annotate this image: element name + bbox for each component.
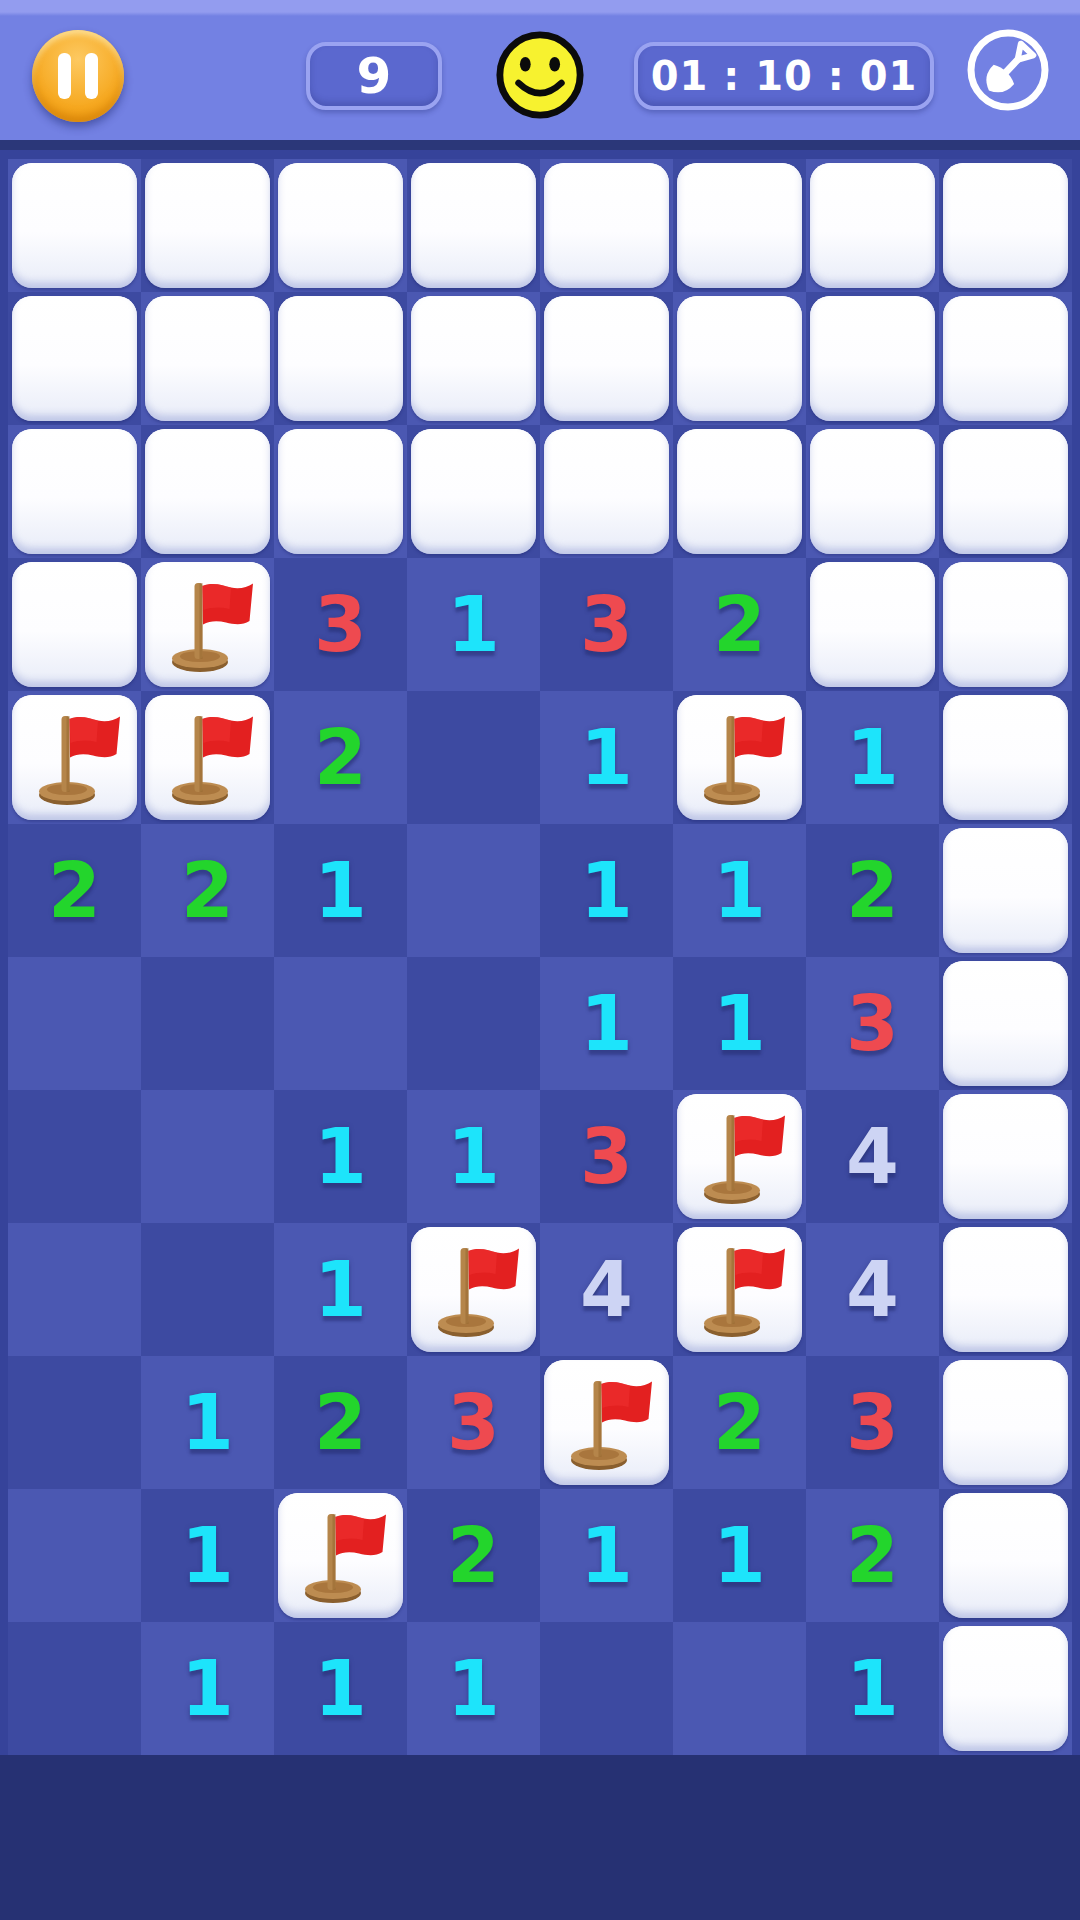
mine-count-number: 2 xyxy=(48,853,101,929)
cell-r2c3[interactable] xyxy=(407,425,540,558)
cell-r10c1[interactable]: 1 xyxy=(141,1489,274,1622)
cell-r3c7[interactable] xyxy=(939,558,1072,691)
covered-tile xyxy=(943,1227,1068,1352)
shovel-icon xyxy=(964,26,1052,114)
mine-count-number: 2 xyxy=(181,853,234,929)
mine-count-number: 1 xyxy=(314,1252,367,1328)
cell-r5c6[interactable]: 2 xyxy=(806,824,939,957)
covered-tile xyxy=(145,163,270,288)
mine-count-number: 2 xyxy=(713,587,766,663)
mine-count-number: 4 xyxy=(846,1252,899,1328)
cell-r11c6[interactable]: 1 xyxy=(806,1622,939,1755)
covered-tile xyxy=(145,296,270,421)
cell-r9c1[interactable]: 1 xyxy=(141,1356,274,1489)
cell-r11c7[interactable] xyxy=(939,1622,1072,1755)
cell-r9c6[interactable]: 3 xyxy=(806,1356,939,1489)
covered-tile xyxy=(943,961,1068,1086)
mine-count-number: 4 xyxy=(846,1119,899,1195)
cell-r8c0[interactable] xyxy=(8,1223,141,1356)
pause-icon xyxy=(58,53,98,99)
mine-count-number: 2 xyxy=(713,1385,766,1461)
cell-r7c0[interactable] xyxy=(8,1090,141,1223)
mine-count-number: 1 xyxy=(447,1651,500,1727)
flag-icon xyxy=(692,706,788,810)
cell-r5c2[interactable]: 1 xyxy=(274,824,407,957)
minesweeper-app: 9 01 : 10 : 01 xyxy=(0,0,1080,1920)
cell-r10c5[interactable]: 1 xyxy=(673,1489,806,1622)
cell-r1c3[interactable] xyxy=(407,292,540,425)
covered-tile xyxy=(810,562,935,687)
cell-r1c5[interactable] xyxy=(673,292,806,425)
cell-r11c2[interactable]: 1 xyxy=(274,1622,407,1755)
covered-tile xyxy=(943,695,1068,820)
cell-r6c2[interactable] xyxy=(274,957,407,1090)
mine-count-number: 4 xyxy=(580,1252,633,1328)
covered-tile xyxy=(677,296,802,421)
flag-icon xyxy=(559,1371,655,1475)
flagged-tile xyxy=(677,695,802,820)
mine-count-number: 1 xyxy=(181,1385,234,1461)
cell-r0c7[interactable] xyxy=(939,159,1072,292)
cell-r0c3[interactable] xyxy=(407,159,540,292)
covered-tile xyxy=(943,296,1068,421)
flagged-tile xyxy=(145,562,270,687)
cell-r2c0[interactable] xyxy=(8,425,141,558)
cell-r4c0[interactable] xyxy=(8,691,141,824)
cell-r6c0[interactable] xyxy=(8,957,141,1090)
mine-count-number: 1 xyxy=(314,853,367,929)
covered-tile xyxy=(12,163,137,288)
cell-r5c0[interactable]: 2 xyxy=(8,824,141,957)
cell-r7c3[interactable]: 1 xyxy=(407,1090,540,1223)
cell-r7c5[interactable] xyxy=(673,1090,806,1223)
cell-r10c3[interactable]: 2 xyxy=(407,1489,540,1622)
cell-r1c6[interactable] xyxy=(806,292,939,425)
cell-r6c6[interactable]: 3 xyxy=(806,957,939,1090)
cell-r4c4[interactable]: 1 xyxy=(540,691,673,824)
covered-tile xyxy=(943,1360,1068,1485)
cell-r7c1[interactable] xyxy=(141,1090,274,1223)
covered-tile xyxy=(278,429,403,554)
cell-r9c2[interactable]: 2 xyxy=(274,1356,407,1489)
cell-r3c4[interactable]: 3 xyxy=(540,558,673,691)
cell-r5c5[interactable]: 1 xyxy=(673,824,806,957)
cell-r11c0[interactable] xyxy=(8,1622,141,1755)
cell-r6c7[interactable] xyxy=(939,957,1072,1090)
cell-r5c7[interactable] xyxy=(939,824,1072,957)
covered-tile xyxy=(677,429,802,554)
mine-count-number: 1 xyxy=(314,1651,367,1727)
covered-tile xyxy=(943,828,1068,953)
mine-count-number: 1 xyxy=(447,587,500,663)
covered-tile xyxy=(544,163,669,288)
cell-r5c3[interactable] xyxy=(407,824,540,957)
cell-r7c2[interactable]: 1 xyxy=(274,1090,407,1223)
cell-r8c5[interactable] xyxy=(673,1223,806,1356)
cell-r1c1[interactable] xyxy=(141,292,274,425)
mines-counter-value: 9 xyxy=(357,47,392,105)
mine-count-number: 1 xyxy=(713,853,766,929)
cell-r6c3[interactable] xyxy=(407,957,540,1090)
covered-tile xyxy=(12,296,137,421)
cell-r7c4[interactable]: 3 xyxy=(540,1090,673,1223)
mine-count-number: 3 xyxy=(580,587,633,663)
covered-tile xyxy=(810,429,935,554)
cell-r6c4[interactable]: 1 xyxy=(540,957,673,1090)
cell-r10c7[interactable] xyxy=(939,1489,1072,1622)
cell-r3c2[interactable]: 3 xyxy=(274,558,407,691)
mine-count-number: 1 xyxy=(181,1518,234,1594)
cell-r7c6[interactable]: 4 xyxy=(806,1090,939,1223)
cell-r9c3[interactable]: 3 xyxy=(407,1356,540,1489)
cell-r2c1[interactable] xyxy=(141,425,274,558)
cell-r8c6[interactable]: 4 xyxy=(806,1223,939,1356)
cell-r0c2[interactable] xyxy=(274,159,407,292)
cell-r4c2[interactable]: 2 xyxy=(274,691,407,824)
covered-tile xyxy=(943,1094,1068,1219)
cell-r2c6[interactable] xyxy=(806,425,939,558)
cell-r3c3[interactable]: 1 xyxy=(407,558,540,691)
shovel-mode-button[interactable] xyxy=(964,26,1052,114)
covered-tile xyxy=(278,163,403,288)
cell-r1c2[interactable] xyxy=(274,292,407,425)
cell-r1c7[interactable] xyxy=(939,292,1072,425)
cell-r4c5[interactable] xyxy=(673,691,806,824)
flagged-tile xyxy=(12,695,137,820)
mine-count-number: 2 xyxy=(846,853,899,929)
cell-r11c1[interactable]: 1 xyxy=(141,1622,274,1755)
cell-r3c6[interactable] xyxy=(806,558,939,691)
smiley-face-button[interactable] xyxy=(493,28,587,122)
flagged-tile xyxy=(278,1493,403,1618)
flag-icon xyxy=(293,1504,389,1608)
mines-counter-badge: 9 xyxy=(306,42,442,110)
covered-tile xyxy=(145,429,270,554)
covered-tile xyxy=(411,296,536,421)
cell-r10c6[interactable]: 2 xyxy=(806,1489,939,1622)
flag-icon xyxy=(692,1105,788,1209)
cell-r11c4[interactable] xyxy=(540,1622,673,1755)
cell-r2c2[interactable] xyxy=(274,425,407,558)
timer-badge: 01 : 10 : 01 xyxy=(634,42,934,110)
cell-r5c1[interactable]: 2 xyxy=(141,824,274,957)
cell-r9c7[interactable] xyxy=(939,1356,1072,1489)
covered-tile xyxy=(943,429,1068,554)
cell-r8c4[interactable]: 4 xyxy=(540,1223,673,1356)
mine-count-number: 1 xyxy=(846,720,899,796)
mine-count-number: 2 xyxy=(314,720,367,796)
flagged-tile xyxy=(411,1227,536,1352)
covered-tile xyxy=(12,429,137,554)
cell-r9c0[interactable] xyxy=(8,1356,141,1489)
cell-r4c3[interactable] xyxy=(407,691,540,824)
covered-tile xyxy=(12,562,137,687)
cell-r9c4[interactable] xyxy=(540,1356,673,1489)
cell-r8c7[interactable] xyxy=(939,1223,1072,1356)
mine-count-number: 1 xyxy=(314,1119,367,1195)
covered-tile xyxy=(943,1493,1068,1618)
cell-r11c3[interactable]: 1 xyxy=(407,1622,540,1755)
covered-tile xyxy=(278,296,403,421)
pause-button[interactable] xyxy=(32,30,124,122)
flagged-tile xyxy=(145,695,270,820)
mine-count-number: 1 xyxy=(447,1119,500,1195)
cell-r0c1[interactable] xyxy=(141,159,274,292)
cell-r4c7[interactable] xyxy=(939,691,1072,824)
cell-r0c0[interactable] xyxy=(8,159,141,292)
mine-count-number: 1 xyxy=(580,720,633,796)
mine-count-number: 3 xyxy=(846,1385,899,1461)
mine-count-number: 1 xyxy=(713,1518,766,1594)
cell-r4c1[interactable] xyxy=(141,691,274,824)
cell-r4c6[interactable]: 1 xyxy=(806,691,939,824)
cell-r0c6[interactable] xyxy=(806,159,939,292)
mine-count-number: 3 xyxy=(846,986,899,1062)
mine-count-number: 1 xyxy=(713,986,766,1062)
cell-r2c5[interactable] xyxy=(673,425,806,558)
covered-tile xyxy=(810,296,935,421)
happy-face-icon xyxy=(493,28,587,122)
covered-tile xyxy=(544,296,669,421)
timer-value: 01 : 10 : 01 xyxy=(651,53,918,99)
covered-tile xyxy=(810,163,935,288)
mine-count-number: 1 xyxy=(181,1651,234,1727)
flag-icon xyxy=(160,573,256,677)
flag-icon xyxy=(160,706,256,810)
flag-icon xyxy=(426,1238,522,1342)
top-bar: 9 01 : 10 : 01 xyxy=(0,0,1080,150)
mine-count-number: 1 xyxy=(580,853,633,929)
cell-r8c3[interactable] xyxy=(407,1223,540,1356)
cell-r2c4[interactable] xyxy=(540,425,673,558)
mine-count-number: 3 xyxy=(314,587,367,663)
cell-r1c4[interactable] xyxy=(540,292,673,425)
cell-r6c5[interactable]: 1 xyxy=(673,957,806,1090)
mine-count-number: 3 xyxy=(580,1119,633,1195)
cell-r0c4[interactable] xyxy=(540,159,673,292)
flagged-tile xyxy=(677,1094,802,1219)
covered-tile xyxy=(544,429,669,554)
flag-icon xyxy=(27,706,123,810)
flag-icon xyxy=(692,1238,788,1342)
cell-r10c0[interactable] xyxy=(8,1489,141,1622)
cell-r3c0[interactable] xyxy=(8,558,141,691)
cell-r10c4[interactable]: 1 xyxy=(540,1489,673,1622)
cell-r5c4[interactable]: 1 xyxy=(540,824,673,957)
flagged-tile xyxy=(677,1227,802,1352)
cell-r2c7[interactable] xyxy=(939,425,1072,558)
covered-tile xyxy=(943,562,1068,687)
mine-count-number: 3 xyxy=(447,1385,500,1461)
mine-count-number: 2 xyxy=(846,1518,899,1594)
covered-tile xyxy=(677,163,802,288)
mine-count-number: 2 xyxy=(447,1518,500,1594)
cell-r1c0[interactable] xyxy=(8,292,141,425)
covered-tile xyxy=(411,163,536,288)
covered-tile xyxy=(943,1626,1068,1751)
cell-r8c2[interactable]: 1 xyxy=(274,1223,407,1356)
cell-r8c1[interactable] xyxy=(141,1223,274,1356)
cell-r9c5[interactable]: 2 xyxy=(673,1356,806,1489)
cell-r0c5[interactable] xyxy=(673,159,806,292)
cell-r10c2[interactable] xyxy=(274,1489,407,1622)
mine-count-number: 1 xyxy=(580,986,633,1062)
cell-r6c1[interactable] xyxy=(141,957,274,1090)
board: 3132 21 1221112113113 41 xyxy=(0,150,1080,1755)
mine-count-number: 2 xyxy=(314,1385,367,1461)
cell-r11c5[interactable] xyxy=(673,1622,806,1755)
cell-r3c1[interactable] xyxy=(141,558,274,691)
mine-count-number: 1 xyxy=(580,1518,633,1594)
covered-tile xyxy=(411,429,536,554)
cell-r7c7[interactable] xyxy=(939,1090,1072,1223)
mine-count-number: 1 xyxy=(846,1651,899,1727)
cell-r3c5[interactable]: 2 xyxy=(673,558,806,691)
covered-tile xyxy=(943,163,1068,288)
flagged-tile xyxy=(544,1360,669,1485)
